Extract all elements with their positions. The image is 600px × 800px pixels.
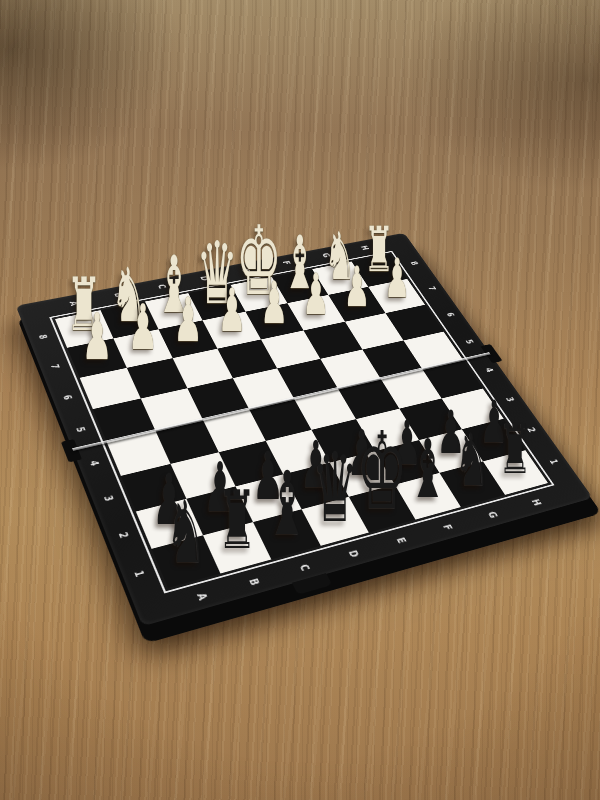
photo-scene: AABBCCDDEEFFGGHH1122334455667788 ♜♞♝♛♚♝♞… bbox=[0, 0, 600, 800]
